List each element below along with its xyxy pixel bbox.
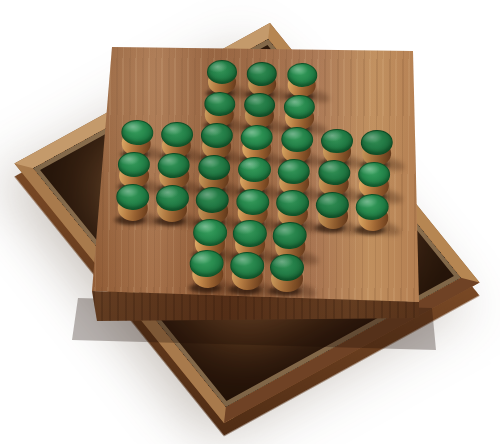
peg-r4c5[interactable] — [315, 192, 349, 231]
peg-green-top — [281, 126, 314, 152]
peg-r0c2[interactable] — [207, 60, 237, 95]
peg-green-top — [315, 192, 348, 219]
peg-r4c1[interactable] — [156, 185, 189, 223]
peg-r6c3[interactable] — [229, 251, 265, 292]
peg-r6c2[interactable] — [189, 250, 225, 291]
product-photo — [0, 0, 500, 444]
peg-green-top — [193, 218, 227, 245]
pegs-layer — [0, 0, 500, 444]
peg-green-top — [161, 121, 193, 147]
peg-r4c0[interactable] — [115, 183, 149, 222]
peg-r0c3[interactable] — [246, 61, 278, 97]
peg-green-top — [232, 220, 266, 247]
peg-green-top — [115, 183, 149, 210]
peg-green-top — [321, 129, 353, 154]
peg-green-top — [207, 60, 237, 84]
peg-green-top — [156, 185, 189, 211]
peg-r6c4[interactable] — [270, 254, 304, 294]
peg-r0c4[interactable] — [286, 63, 318, 99]
peg-r4c6[interactable] — [355, 193, 390, 233]
peg-r1c4[interactable] — [284, 95, 316, 131]
peg-green-top — [270, 254, 304, 281]
peg-green-top — [272, 221, 307, 249]
